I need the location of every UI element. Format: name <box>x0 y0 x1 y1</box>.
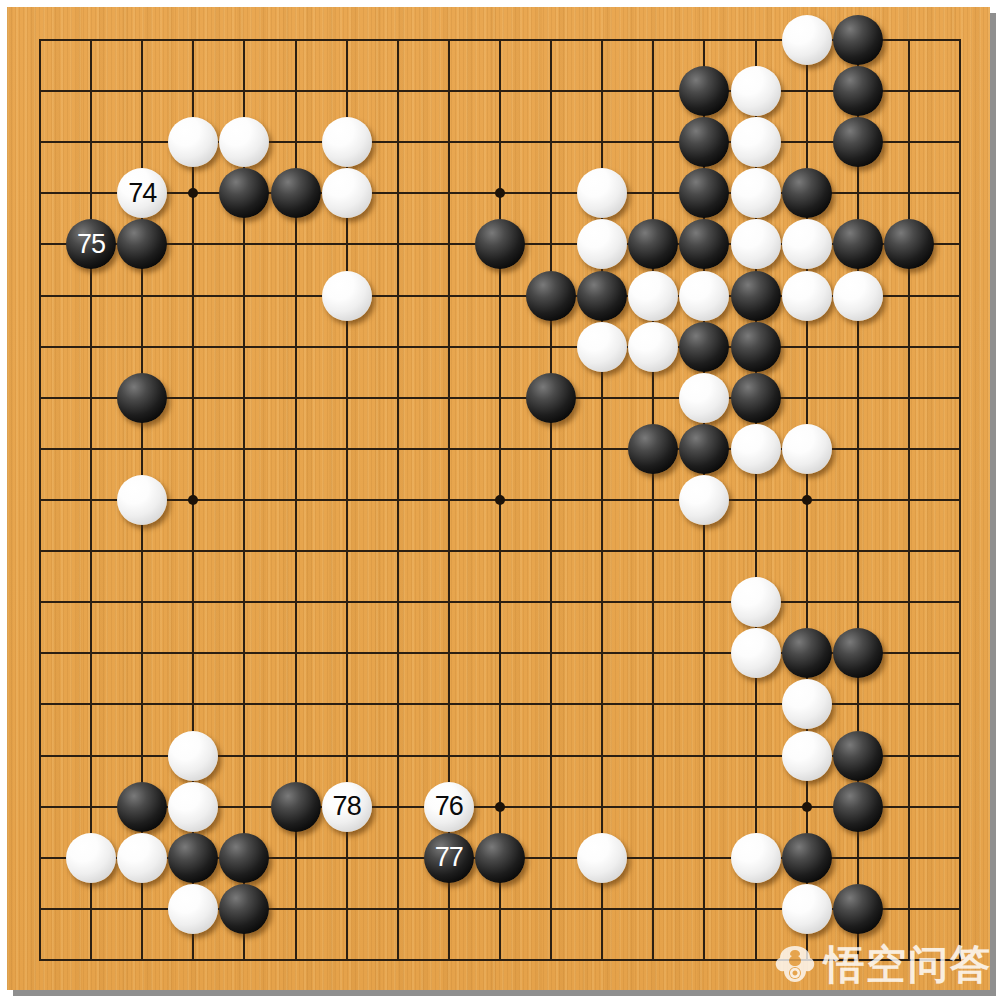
black-stone <box>782 833 832 883</box>
black-stone <box>475 219 525 269</box>
black-stone <box>628 424 678 474</box>
black-stone <box>833 731 883 781</box>
black-stone: 77 <box>424 833 474 883</box>
white-stone <box>219 117 269 167</box>
black-stone <box>679 219 729 269</box>
white-stone <box>731 577 781 627</box>
black-stone <box>219 168 269 218</box>
white-stone: 76 <box>424 782 474 832</box>
black-stone <box>526 373 576 423</box>
white-stone <box>731 424 781 474</box>
white-stone <box>782 679 832 729</box>
white-stone <box>782 271 832 321</box>
black-stone <box>731 322 781 372</box>
stones-layer: 7475787677 <box>14 14 985 985</box>
white-stone <box>782 884 832 934</box>
black-stone <box>833 15 883 65</box>
white-stone <box>679 271 729 321</box>
white-stone: 74 <box>117 168 167 218</box>
black-stone <box>219 833 269 883</box>
white-stone <box>731 219 781 269</box>
black-stone <box>679 168 729 218</box>
black-stone <box>731 271 781 321</box>
move-number-label: 78 <box>333 793 361 820</box>
white-stone <box>782 15 832 65</box>
black-stone <box>833 66 883 116</box>
white-stone <box>66 833 116 883</box>
move-number-label: 75 <box>77 231 105 258</box>
white-stone <box>782 219 832 269</box>
white-stone <box>782 731 832 781</box>
white-stone <box>628 322 678 372</box>
go-board: 7475787677 <box>7 7 990 990</box>
white-stone <box>731 168 781 218</box>
white-stone <box>168 731 218 781</box>
white-stone <box>679 475 729 525</box>
black-stone <box>271 782 321 832</box>
black-stone <box>117 782 167 832</box>
black-stone <box>577 271 627 321</box>
white-stone <box>322 168 372 218</box>
black-stone <box>475 833 525 883</box>
black-stone <box>628 219 678 269</box>
white-stone <box>577 833 627 883</box>
white-stone <box>577 168 627 218</box>
black-stone <box>833 219 883 269</box>
move-number-label: 77 <box>435 844 463 871</box>
black-stone <box>271 168 321 218</box>
white-stone <box>731 628 781 678</box>
white-stone <box>731 117 781 167</box>
white-stone <box>117 833 167 883</box>
white-stone <box>168 117 218 167</box>
black-stone <box>884 219 934 269</box>
go-diagram-page: 7475787677 悟空问答 <box>0 0 1000 1000</box>
black-stone <box>782 628 832 678</box>
white-stone <box>322 117 372 167</box>
white-stone <box>117 475 167 525</box>
black-stone <box>731 373 781 423</box>
black-stone <box>833 117 883 167</box>
black-stone <box>117 373 167 423</box>
black-stone: 75 <box>66 219 116 269</box>
black-stone <box>679 322 729 372</box>
white-stone <box>322 271 372 321</box>
black-stone <box>833 628 883 678</box>
black-stone <box>679 424 729 474</box>
white-stone <box>782 424 832 474</box>
black-stone <box>526 271 576 321</box>
black-stone <box>782 168 832 218</box>
white-stone: 78 <box>322 782 372 832</box>
white-stone <box>731 833 781 883</box>
black-stone <box>219 884 269 934</box>
white-stone <box>577 219 627 269</box>
black-stone <box>833 782 883 832</box>
white-stone <box>833 271 883 321</box>
move-number-label: 76 <box>435 793 463 820</box>
black-stone <box>117 219 167 269</box>
white-stone <box>679 373 729 423</box>
black-stone <box>168 833 218 883</box>
white-stone <box>577 322 627 372</box>
black-stone <box>833 884 883 934</box>
move-number-label: 74 <box>128 180 156 207</box>
white-stone <box>628 271 678 321</box>
white-stone <box>731 66 781 116</box>
black-stone <box>679 117 729 167</box>
black-stone <box>679 66 729 116</box>
white-stone <box>168 782 218 832</box>
white-stone <box>168 884 218 934</box>
